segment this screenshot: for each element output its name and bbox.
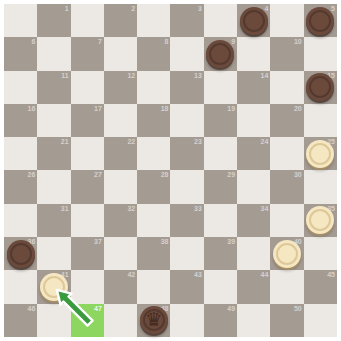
square-21[interactable]: 21 bbox=[37, 137, 70, 170]
light-square bbox=[71, 4, 104, 37]
crown-icon: ♛ bbox=[145, 310, 162, 329]
square-15[interactable]: 15 bbox=[304, 71, 337, 104]
square-12[interactable]: 12 bbox=[104, 71, 137, 104]
square-18[interactable]: 18 bbox=[137, 104, 170, 137]
square-28[interactable]: 28 bbox=[137, 170, 170, 203]
square-number: 38 bbox=[161, 238, 169, 245]
square-6[interactable]: 6 bbox=[4, 37, 37, 70]
square-14[interactable]: 14 bbox=[237, 71, 270, 104]
square-number: 44 bbox=[261, 271, 269, 278]
light-square bbox=[137, 4, 170, 37]
square-number: 31 bbox=[61, 205, 69, 212]
light-square bbox=[71, 137, 104, 170]
square-44[interactable]: 44 bbox=[237, 270, 270, 303]
square-8[interactable]: 8 bbox=[137, 37, 170, 70]
square-34[interactable]: 34 bbox=[237, 204, 270, 237]
light-square bbox=[170, 37, 203, 70]
light-square bbox=[204, 137, 237, 170]
square-36[interactable]: 36 bbox=[4, 237, 37, 270]
square-42[interactable]: 42 bbox=[104, 270, 137, 303]
light-square bbox=[4, 270, 37, 303]
square-number: 43 bbox=[194, 271, 202, 278]
square-7[interactable]: 7 bbox=[71, 37, 104, 70]
square-number: 12 bbox=[127, 72, 135, 79]
square-number: 42 bbox=[127, 271, 135, 278]
square-number: 22 bbox=[127, 138, 135, 145]
light-square bbox=[170, 237, 203, 270]
light-square bbox=[4, 137, 37, 170]
black-man-piece[interactable] bbox=[306, 73, 334, 101]
light-square bbox=[37, 237, 70, 270]
square-35[interactable]: 35 bbox=[304, 204, 337, 237]
light-square bbox=[270, 270, 303, 303]
square-number: 19 bbox=[227, 105, 235, 112]
light-square bbox=[270, 204, 303, 237]
square-30[interactable]: 30 bbox=[270, 170, 303, 203]
light-square bbox=[4, 71, 37, 104]
light-square bbox=[137, 137, 170, 170]
light-square bbox=[137, 71, 170, 104]
square-number: 7 bbox=[98, 38, 102, 45]
square-46[interactable]: 46 bbox=[4, 304, 37, 337]
square-23[interactable]: 23 bbox=[170, 137, 203, 170]
square-39[interactable]: 39 bbox=[204, 237, 237, 270]
square-13[interactable]: 13 bbox=[170, 71, 203, 104]
light-square bbox=[237, 237, 270, 270]
light-square bbox=[204, 204, 237, 237]
square-number: 21 bbox=[61, 138, 69, 145]
square-24[interactable]: 24 bbox=[237, 137, 270, 170]
square-16[interactable]: 16 bbox=[4, 104, 37, 137]
square-number: 37 bbox=[94, 238, 102, 245]
square-number: 8 bbox=[165, 38, 169, 45]
black-man-piece[interactable] bbox=[306, 7, 334, 35]
square-4[interactable]: 4 bbox=[237, 4, 270, 37]
light-square bbox=[71, 71, 104, 104]
square-31[interactable]: 31 bbox=[37, 204, 70, 237]
light-square bbox=[304, 304, 337, 337]
light-square bbox=[270, 4, 303, 37]
light-square bbox=[37, 104, 70, 137]
square-number: 28 bbox=[161, 171, 169, 178]
square-number: 26 bbox=[28, 171, 36, 178]
square-number: 10 bbox=[294, 38, 302, 45]
light-square bbox=[37, 37, 70, 70]
light-square bbox=[104, 104, 137, 137]
light-square bbox=[304, 237, 337, 270]
black-man-piece[interactable] bbox=[240, 7, 268, 35]
board-container: 1234567891011121314151617181920212223242… bbox=[0, 0, 341, 341]
square-1[interactable]: 1 bbox=[37, 4, 70, 37]
square-3[interactable]: 3 bbox=[170, 4, 203, 37]
light-square bbox=[71, 204, 104, 237]
square-number: 13 bbox=[194, 72, 202, 79]
square-number: 49 bbox=[227, 305, 235, 312]
light-square bbox=[204, 4, 237, 37]
square-number: 5 bbox=[331, 5, 335, 12]
light-square bbox=[304, 104, 337, 137]
square-33[interactable]: 33 bbox=[170, 204, 203, 237]
light-square bbox=[237, 304, 270, 337]
square-number: 47 bbox=[94, 305, 102, 312]
square-number: 34 bbox=[261, 205, 269, 212]
square-37[interactable]: 37 bbox=[71, 237, 104, 270]
square-47[interactable]: 47 bbox=[71, 304, 104, 337]
square-number: 20 bbox=[294, 105, 302, 112]
square-number: 16 bbox=[28, 105, 36, 112]
black-man-piece[interactable] bbox=[206, 40, 234, 68]
square-38[interactable]: 38 bbox=[137, 237, 170, 270]
light-square bbox=[37, 170, 70, 203]
square-number: 29 bbox=[227, 171, 235, 178]
light-square bbox=[170, 170, 203, 203]
light-square bbox=[170, 104, 203, 137]
light-square bbox=[71, 270, 104, 303]
white-man-piece[interactable] bbox=[306, 140, 334, 168]
square-45[interactable]: 45 bbox=[304, 270, 337, 303]
square-number: 11 bbox=[61, 72, 68, 79]
square-number: 9 bbox=[231, 38, 235, 45]
light-square bbox=[4, 204, 37, 237]
light-square bbox=[104, 237, 137, 270]
square-number: 18 bbox=[161, 105, 169, 112]
light-square bbox=[104, 170, 137, 203]
white-man-piece[interactable] bbox=[306, 206, 334, 234]
square-25[interactable]: 25 bbox=[304, 137, 337, 170]
square-19[interactable]: 19 bbox=[204, 104, 237, 137]
square-22[interactable]: 22 bbox=[104, 137, 137, 170]
square-number: 2 bbox=[131, 5, 135, 12]
square-29[interactable]: 29 bbox=[204, 170, 237, 203]
black-king-piece[interactable]: ♛ bbox=[140, 306, 168, 334]
square-number: 45 bbox=[327, 271, 335, 278]
square-43[interactable]: 43 bbox=[170, 270, 203, 303]
light-square bbox=[170, 304, 203, 337]
light-square bbox=[4, 4, 37, 37]
square-number: 30 bbox=[294, 171, 302, 178]
white-man-piece[interactable] bbox=[40, 273, 68, 301]
square-41[interactable]: 41 bbox=[37, 270, 70, 303]
square-5[interactable]: 5 bbox=[304, 4, 337, 37]
square-32[interactable]: 32 bbox=[104, 204, 137, 237]
square-number: 24 bbox=[261, 138, 269, 145]
square-number: 1 bbox=[65, 5, 69, 12]
square-17[interactable]: 17 bbox=[71, 104, 104, 137]
square-number: 4 bbox=[264, 5, 268, 12]
light-square bbox=[237, 170, 270, 203]
draughts-board: 1234567891011121314151617181920212223242… bbox=[4, 4, 337, 337]
square-26[interactable]: 26 bbox=[4, 170, 37, 203]
light-square bbox=[304, 170, 337, 203]
square-number: 17 bbox=[94, 105, 102, 112]
light-square bbox=[204, 270, 237, 303]
square-number: 6 bbox=[31, 38, 35, 45]
square-20[interactable]: 20 bbox=[270, 104, 303, 137]
light-square bbox=[137, 204, 170, 237]
square-number: 32 bbox=[127, 205, 135, 212]
square-number: 46 bbox=[28, 305, 36, 312]
light-square bbox=[204, 71, 237, 104]
square-40[interactable]: 40 bbox=[270, 237, 303, 270]
square-number: 14 bbox=[261, 72, 269, 79]
light-square bbox=[37, 304, 70, 337]
square-number: 50 bbox=[294, 305, 302, 312]
square-number: 39 bbox=[227, 238, 235, 245]
square-49[interactable]: 49 bbox=[204, 304, 237, 337]
light-square bbox=[237, 37, 270, 70]
light-square bbox=[104, 304, 137, 337]
square-10[interactable]: 10 bbox=[270, 37, 303, 70]
square-27[interactable]: 27 bbox=[71, 170, 104, 203]
square-number: 3 bbox=[198, 5, 202, 12]
square-number: 33 bbox=[194, 205, 202, 212]
light-square bbox=[304, 37, 337, 70]
square-2[interactable]: 2 bbox=[104, 4, 137, 37]
square-number: 27 bbox=[94, 171, 102, 178]
square-number: 23 bbox=[194, 138, 202, 145]
black-man-piece[interactable] bbox=[7, 240, 35, 268]
square-9[interactable]: 9 bbox=[204, 37, 237, 70]
square-50[interactable]: 50 bbox=[270, 304, 303, 337]
white-man-piece[interactable] bbox=[273, 240, 301, 268]
square-48[interactable]: 48♛ bbox=[137, 304, 170, 337]
light-square bbox=[270, 71, 303, 104]
light-square bbox=[270, 137, 303, 170]
light-square bbox=[104, 37, 137, 70]
light-square bbox=[137, 270, 170, 303]
light-square bbox=[237, 104, 270, 137]
square-11[interactable]: 11 bbox=[37, 71, 70, 104]
